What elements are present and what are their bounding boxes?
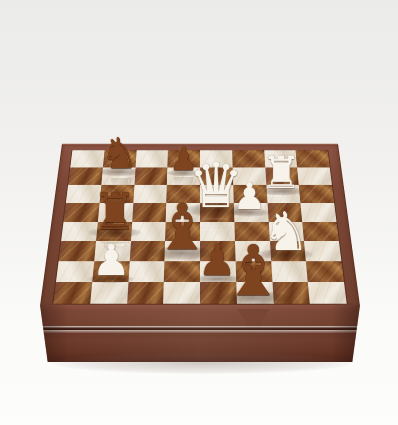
knight-glyph: ♞ (101, 135, 139, 174)
product-photo-scene: Wooden chess box with brown and white ma… (0, 0, 398, 425)
rook-glyph: ♜ (261, 152, 301, 193)
square-a8[interactable] (70, 150, 104, 167)
rook-glyph: ♜ (92, 189, 137, 235)
white-pawn-b2[interactable]: ♟♟ (92, 241, 131, 281)
square-h2[interactable] (306, 261, 344, 282)
pawn-glyph: ♟ (233, 179, 266, 213)
bishop-glyph: ♝ (222, 239, 285, 303)
square-a3[interactable] (59, 241, 96, 261)
square-h6[interactable] (299, 185, 334, 203)
pawn-glyph: ♟ (92, 241, 131, 281)
white-pawn-f5[interactable]: ♟♟ (233, 179, 266, 213)
brown-rook-b4[interactable]: ♜♜ (92, 189, 137, 235)
brown-knight-b7[interactable]: ♞♞ (101, 135, 139, 174)
brown-bishop-f1[interactable]: ♝♝ (222, 239, 285, 303)
square-h1[interactable] (308, 282, 347, 304)
square-a1[interactable] (53, 282, 92, 304)
square-c8[interactable] (135, 150, 168, 167)
square-h7[interactable] (297, 167, 332, 185)
ground-shadow (52, 352, 352, 374)
white-rook-g6[interactable]: ♜♜ (261, 152, 301, 193)
